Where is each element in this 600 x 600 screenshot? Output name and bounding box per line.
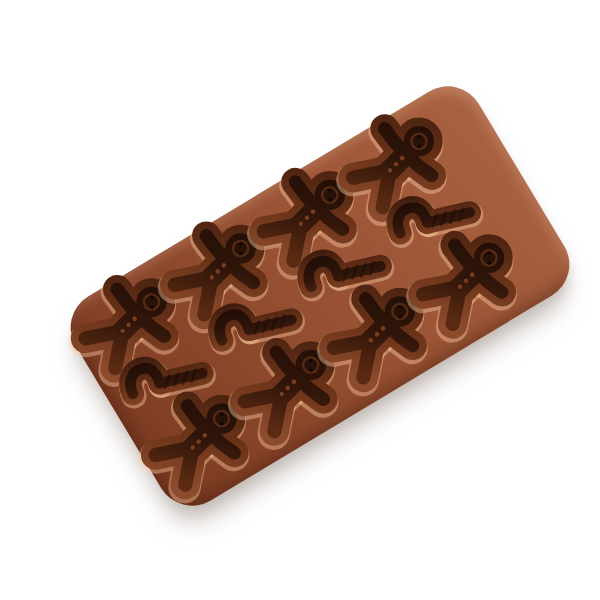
product-photo: [0, 0, 600, 600]
chocolate-mold: [57, 73, 582, 519]
